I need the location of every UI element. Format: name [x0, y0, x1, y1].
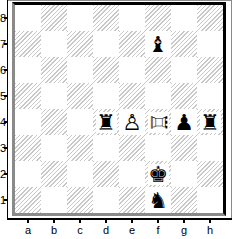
file-label-g: g: [171, 223, 197, 238]
square-e8[interactable]: [119, 5, 145, 31]
chess-diagram: ♝♜♙♖♟♜♚♞ 87654321 abcdefgh: [0, 0, 234, 239]
rank-label-3: 3: [0, 135, 7, 161]
square-d4[interactable]: ♜: [93, 109, 119, 135]
square-h2[interactable]: [197, 161, 223, 187]
board-outer-frame-right: [231, 0, 232, 219]
square-f1[interactable]: ♞: [145, 187, 171, 213]
square-d6[interactable]: [93, 57, 119, 83]
piece-black-pawn-g4[interactable]: ♟: [174, 112, 195, 133]
piece-black-rook-d4[interactable]: ♜: [96, 112, 117, 133]
square-a4[interactable]: [15, 109, 41, 135]
square-g1[interactable]: [171, 187, 197, 213]
square-h4[interactable]: ♜: [197, 109, 223, 135]
square-h3[interactable]: [197, 135, 223, 161]
piece-black-rook-h4[interactable]: ♜: [200, 112, 221, 133]
square-a7[interactable]: [15, 31, 41, 57]
square-d1[interactable]: [93, 187, 119, 213]
square-c7[interactable]: [67, 31, 93, 57]
rank-label-6: 6: [0, 57, 7, 83]
square-g3[interactable]: [171, 135, 197, 161]
square-g4[interactable]: ♟: [171, 109, 197, 135]
square-e4[interactable]: ♙: [119, 109, 145, 135]
square-g8[interactable]: [171, 5, 197, 31]
square-b8[interactable]: [41, 5, 67, 31]
square-a2[interactable]: [15, 161, 41, 187]
square-f5[interactable]: [145, 83, 171, 109]
piece-black-knight-f1[interactable]: ♞: [148, 190, 169, 211]
square-h6[interactable]: [197, 57, 223, 83]
square-b4[interactable]: [41, 109, 67, 135]
square-d3[interactable]: [93, 135, 119, 161]
square-b6[interactable]: [41, 57, 67, 83]
square-g7[interactable]: [171, 31, 197, 57]
square-c3[interactable]: [67, 135, 93, 161]
piece-black-bishop-f7[interactable]: ♝: [148, 34, 169, 55]
rank-labels: 87654321: [0, 5, 7, 213]
square-e5[interactable]: [119, 83, 145, 109]
square-a1[interactable]: [15, 187, 41, 213]
square-e2[interactable]: [119, 161, 145, 187]
square-g2[interactable]: [171, 161, 197, 187]
square-d8[interactable]: [93, 5, 119, 31]
square-h7[interactable]: [197, 31, 223, 57]
square-b5[interactable]: [41, 83, 67, 109]
square-b3[interactable]: [41, 135, 67, 161]
square-f3[interactable]: [145, 135, 171, 161]
rank-label-5: 5: [0, 83, 7, 109]
square-h1[interactable]: [197, 187, 223, 213]
piece-white-pawn-e4[interactable]: ♙: [122, 112, 143, 133]
square-d7[interactable]: [93, 31, 119, 57]
square-f8[interactable]: [145, 5, 171, 31]
square-e1[interactable]: [119, 187, 145, 213]
square-b1[interactable]: [41, 187, 67, 213]
rank-label-4: 4: [0, 109, 7, 135]
square-f2[interactable]: ♚: [145, 161, 171, 187]
square-f7[interactable]: ♝: [145, 31, 171, 57]
rank-label-8: 8: [0, 5, 7, 31]
piece-black-king-f2[interactable]: ♚: [148, 164, 169, 185]
square-c5[interactable]: [67, 83, 93, 109]
square-f6[interactable]: [145, 57, 171, 83]
board-outer-frame-left: [7, 0, 8, 219]
square-e3[interactable]: [119, 135, 145, 161]
square-e7[interactable]: [119, 31, 145, 57]
square-c8[interactable]: [67, 5, 93, 31]
square-a6[interactable]: [15, 57, 41, 83]
square-h8[interactable]: [197, 5, 223, 31]
square-c1[interactable]: [67, 187, 93, 213]
file-label-e: e: [119, 223, 145, 238]
square-a3[interactable]: [15, 135, 41, 161]
file-label-d: d: [93, 223, 119, 238]
square-c4[interactable]: [67, 109, 93, 135]
rank-label-1: 1: [0, 187, 7, 213]
file-label-b: b: [41, 223, 67, 238]
rank-label-7: 7: [0, 31, 7, 57]
file-label-f: f: [145, 223, 171, 238]
square-f4[interactable]: ♖: [145, 109, 171, 135]
square-b2[interactable]: [41, 161, 67, 187]
square-e6[interactable]: [119, 57, 145, 83]
square-g5[interactable]: [171, 83, 197, 109]
file-label-a: a: [15, 223, 41, 238]
square-d5[interactable]: [93, 83, 119, 109]
square-a8[interactable]: [15, 5, 41, 31]
file-label-c: c: [67, 223, 93, 238]
file-labels: abcdefgh: [15, 223, 223, 238]
chess-board: ♝♜♙♖♟♜♚♞: [15, 5, 223, 213]
square-d2[interactable]: [93, 161, 119, 187]
square-a5[interactable]: [15, 83, 41, 109]
square-c2[interactable]: [67, 161, 93, 187]
square-g6[interactable]: [171, 57, 197, 83]
piece-white-rook-f4[interactable]: ♖: [148, 112, 169, 133]
rank-label-2: 2: [0, 161, 7, 187]
file-label-h: h: [197, 223, 223, 238]
square-c6[interactable]: [67, 57, 93, 83]
board-outer-frame-top: [7, 0, 232, 1]
square-b7[interactable]: [41, 31, 67, 57]
square-h5[interactable]: [197, 83, 223, 109]
